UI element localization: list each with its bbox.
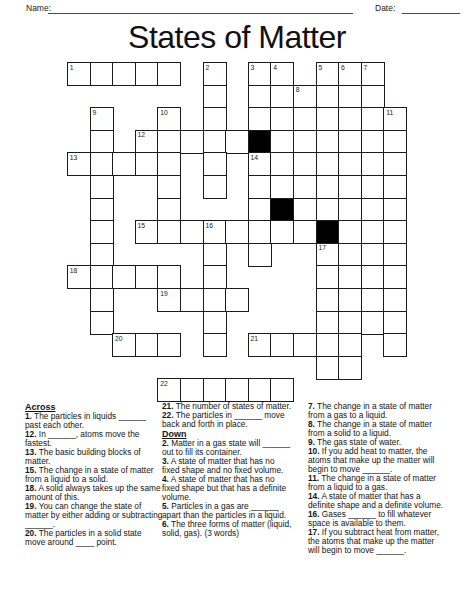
worksheet-page: Name: Date: States of Matter 12345678910… bbox=[0, 0, 474, 613]
name-line[interactable] bbox=[48, 13, 353, 14]
clue-3: 3. A state of matter that has no fixed s… bbox=[162, 457, 293, 475]
cell-r9c4[interactable] bbox=[157, 265, 181, 289]
cell-r3c5[interactable] bbox=[180, 130, 204, 154]
cell-r3c10[interactable] bbox=[293, 130, 317, 154]
clue-6: 6. The three forms of matter (liquid, so… bbox=[162, 520, 293, 538]
cell-r6c11[interactable] bbox=[316, 198, 340, 222]
clue-column-1: Across1. The particles in liquids ______… bbox=[25, 402, 163, 547]
clue-number-4: 4 bbox=[273, 64, 277, 71]
cell-r1c8[interactable] bbox=[248, 85, 272, 109]
clue-22: 22. The particles in ______ move back an… bbox=[162, 411, 293, 429]
cell-r3c6[interactable] bbox=[203, 130, 227, 154]
clue-number-11: 11 bbox=[386, 109, 393, 116]
cell-r7c6[interactable]: 16 bbox=[203, 220, 227, 244]
cell-r5c10[interactable] bbox=[293, 175, 317, 199]
clue-number-22: 22 bbox=[160, 380, 168, 387]
cell-r0c0[interactable]: 1 bbox=[67, 62, 91, 86]
clue-number-8: 8 bbox=[296, 86, 300, 93]
cell-r13c11[interactable] bbox=[316, 356, 340, 380]
cell-r14c9[interactable] bbox=[270, 378, 294, 402]
clue-18: 18. A solid always takes up the same amo… bbox=[25, 484, 163, 502]
clue-5: 5. Particles in a gas are ______ apart t… bbox=[162, 502, 293, 520]
date-label: Date: bbox=[375, 3, 395, 13]
cell-r9c11[interactable] bbox=[316, 265, 340, 289]
cell-r2c10[interactable] bbox=[293, 107, 317, 131]
cell-r7c14[interactable] bbox=[383, 220, 407, 244]
cell-r8c12[interactable] bbox=[338, 243, 362, 267]
crossword-grid: 12345678910111213141516171819202122 bbox=[67, 62, 408, 403]
cell-r2c8[interactable] bbox=[248, 107, 272, 131]
cell-r4c6[interactable] bbox=[203, 152, 227, 176]
cell-r1c6[interactable] bbox=[203, 85, 227, 109]
cell-r4c8[interactable]: 14 bbox=[248, 152, 272, 176]
cell-r7c13[interactable] bbox=[361, 220, 385, 244]
cell-r6c4[interactable] bbox=[157, 198, 181, 222]
cell-r9c6[interactable] bbox=[203, 265, 227, 289]
cell-r4c9[interactable] bbox=[270, 152, 294, 176]
clue-number-12: 12 bbox=[138, 131, 146, 138]
cell-r0c13[interactable]: 7 bbox=[361, 62, 385, 86]
cell-r10c1[interactable] bbox=[90, 288, 114, 312]
cell-r12c10[interactable] bbox=[293, 333, 317, 357]
cell-r6c8[interactable] bbox=[248, 198, 272, 222]
cell-r5c8[interactable] bbox=[248, 175, 272, 199]
clue-8: 8. The change in a state of matter from … bbox=[308, 420, 448, 438]
cell-r2c9[interactable] bbox=[270, 107, 294, 131]
cell-r7c4[interactable] bbox=[157, 220, 181, 244]
cell-r0c1[interactable] bbox=[90, 62, 114, 86]
cell-r14c8[interactable] bbox=[248, 378, 272, 402]
cell-r3c3[interactable]: 12 bbox=[135, 130, 159, 154]
cell-r14c4[interactable]: 22 bbox=[157, 378, 181, 402]
cell-r8c6[interactable] bbox=[203, 243, 227, 267]
clue-number-18: 18 bbox=[70, 267, 78, 274]
cell-r11c6[interactable] bbox=[203, 311, 227, 335]
cell-r5c11[interactable] bbox=[316, 175, 340, 199]
cell-r8c14[interactable] bbox=[383, 243, 407, 267]
clue-number-1: 1 bbox=[70, 64, 74, 71]
cell-r5c13[interactable] bbox=[361, 175, 385, 199]
cell-r7c8[interactable] bbox=[248, 220, 272, 244]
cell-r9c3[interactable] bbox=[135, 265, 159, 289]
cell-r11c12[interactable] bbox=[338, 311, 362, 335]
blocked-cell-r7c11 bbox=[316, 220, 340, 244]
clue-number-21: 21 bbox=[251, 335, 259, 342]
cell-r10c13[interactable] bbox=[361, 288, 385, 312]
cell-r5c14[interactable] bbox=[383, 175, 407, 199]
clue-number-9: 9 bbox=[92, 109, 96, 116]
clue-19: 19. You can change the state of matter b… bbox=[25, 502, 163, 529]
name-label: Name: bbox=[26, 3, 51, 13]
blocked-cell-r6c9 bbox=[270, 198, 294, 222]
cell-r8c1[interactable] bbox=[90, 243, 114, 267]
cell-r5c12[interactable] bbox=[338, 175, 362, 199]
cell-r5c4[interactable] bbox=[157, 175, 181, 199]
cell-r9c13[interactable] bbox=[361, 265, 385, 289]
cell-r2c12[interactable] bbox=[338, 107, 362, 131]
cell-r0c8[interactable]: 3 bbox=[248, 62, 272, 86]
cell-r7c5[interactable] bbox=[180, 220, 204, 244]
cell-r6c1[interactable] bbox=[90, 198, 114, 222]
clue-number-7: 7 bbox=[364, 64, 368, 71]
cell-r11c1[interactable] bbox=[90, 311, 114, 335]
cell-r3c1[interactable] bbox=[90, 130, 114, 154]
cell-r2c4[interactable]: 10 bbox=[157, 107, 181, 131]
cell-r10c11[interactable] bbox=[316, 288, 340, 312]
cell-r6c10[interactable] bbox=[293, 198, 317, 222]
cell-r9c1[interactable] bbox=[90, 265, 114, 289]
clue-4: 4. A state of matter that has no fixed s… bbox=[162, 475, 293, 502]
cell-r0c12[interactable]: 6 bbox=[338, 62, 362, 86]
clue-20: 20. The particles in a solid state move … bbox=[25, 529, 163, 547]
cell-r13c12[interactable] bbox=[338, 356, 362, 380]
cell-r1c11[interactable] bbox=[316, 85, 340, 109]
cell-r3c14[interactable] bbox=[383, 130, 407, 154]
cell-r5c6[interactable] bbox=[203, 175, 227, 199]
clue-number-20: 20 bbox=[115, 335, 123, 342]
cell-r3c12[interactable] bbox=[338, 130, 362, 154]
cell-r14c6[interactable] bbox=[203, 378, 227, 402]
clue-14: 14. A state of matter that has a definit… bbox=[308, 492, 448, 510]
cell-r11c14[interactable] bbox=[383, 311, 407, 335]
cell-r9c14[interactable] bbox=[383, 265, 407, 289]
cell-r0c6[interactable]: 2 bbox=[203, 62, 227, 86]
cell-r12c12[interactable] bbox=[338, 333, 362, 357]
cell-r3c7[interactable] bbox=[225, 130, 249, 154]
cell-r10c4[interactable]: 19 bbox=[157, 288, 181, 312]
cell-r12c4[interactable] bbox=[157, 333, 181, 357]
cell-r10c5[interactable] bbox=[180, 288, 204, 312]
cell-r5c9[interactable] bbox=[270, 175, 294, 199]
cell-r12c3[interactable] bbox=[135, 333, 159, 357]
cell-r8c8[interactable] bbox=[248, 243, 272, 267]
clue-number-3: 3 bbox=[251, 64, 255, 71]
clue-column-3: 7. The change in a state of matter from … bbox=[308, 402, 448, 555]
cell-r7c9[interactable] bbox=[270, 220, 294, 244]
cell-r12c6[interactable] bbox=[203, 333, 227, 357]
cell-r4c0[interactable]: 13 bbox=[67, 152, 91, 176]
cell-r0c3[interactable] bbox=[135, 62, 159, 86]
cell-r10c12[interactable] bbox=[338, 288, 362, 312]
cell-r4c3[interactable] bbox=[135, 152, 159, 176]
cell-r4c1[interactable] bbox=[90, 152, 114, 176]
cell-r4c14[interactable] bbox=[383, 152, 407, 176]
cell-r1c10[interactable]: 8 bbox=[293, 85, 317, 109]
cell-r12c11[interactable] bbox=[316, 333, 340, 357]
cell-r3c4[interactable] bbox=[157, 130, 181, 154]
cell-r7c3[interactable]: 15 bbox=[135, 220, 159, 244]
cell-r11c13[interactable] bbox=[361, 311, 385, 335]
cell-r2c14[interactable]: 11 bbox=[383, 107, 407, 131]
cell-r12c14[interactable] bbox=[383, 333, 407, 357]
cell-r3c11[interactable] bbox=[316, 130, 340, 154]
cell-r4c13[interactable] bbox=[361, 152, 385, 176]
clue-number-19: 19 bbox=[160, 290, 168, 297]
cell-r6c12[interactable] bbox=[338, 198, 362, 222]
date-line[interactable] bbox=[402, 13, 460, 14]
clue-number-5: 5 bbox=[318, 64, 322, 71]
clue-number-17: 17 bbox=[318, 244, 326, 251]
cell-r8c13[interactable] bbox=[361, 243, 385, 267]
clue-1: 1. The particles in liquids ______ past … bbox=[25, 412, 163, 430]
cell-r9c0[interactable]: 18 bbox=[67, 265, 91, 289]
cell-r6c13[interactable] bbox=[361, 198, 385, 222]
cell-r0c2[interactable] bbox=[112, 62, 136, 86]
cell-r5c1[interactable] bbox=[90, 175, 114, 199]
cell-r10c6[interactable] bbox=[203, 288, 227, 312]
cell-r8c11[interactable]: 17 bbox=[316, 243, 340, 267]
clue-number-2: 2 bbox=[205, 64, 209, 71]
cell-r4c2[interactable] bbox=[112, 152, 136, 176]
cell-r7c10[interactable] bbox=[293, 220, 317, 244]
cell-r4c11[interactable] bbox=[316, 152, 340, 176]
cell-r14c5[interactable] bbox=[180, 378, 204, 402]
cell-r4c4[interactable] bbox=[157, 152, 181, 176]
cell-r2c6[interactable] bbox=[203, 107, 227, 131]
cell-r12c2[interactable]: 20 bbox=[112, 333, 136, 357]
clue-10: 10. If you add heat to matter, the atoms… bbox=[308, 447, 448, 474]
cell-r6c14[interactable] bbox=[383, 198, 407, 222]
cell-r7c12[interactable] bbox=[338, 220, 362, 244]
clue-15: 15. The change in a state of matter from… bbox=[25, 466, 163, 484]
clue-12: 12. In ______, atoms move the fastest. bbox=[25, 430, 163, 448]
cell-r1c12[interactable] bbox=[338, 85, 362, 109]
clue-column-2: 21. The number of states of matter.22. T… bbox=[162, 402, 293, 538]
clue-number-6: 6 bbox=[341, 64, 345, 71]
cell-r3c13[interactable] bbox=[361, 130, 385, 154]
cell-r4c10[interactable] bbox=[293, 152, 317, 176]
clue-2: 2. Matter in a gas state will ______ out… bbox=[162, 439, 293, 457]
cell-r2c13[interactable] bbox=[361, 107, 385, 131]
clue-number-13: 13 bbox=[70, 154, 78, 161]
cell-r14c7[interactable] bbox=[225, 378, 249, 402]
blocked-cell-r3c8 bbox=[248, 130, 272, 154]
cell-r0c4[interactable] bbox=[157, 62, 181, 86]
clue-13: 13. The basic building blocks of matter. bbox=[25, 448, 163, 466]
cell-r9c12[interactable] bbox=[338, 265, 362, 289]
clue-number-10: 10 bbox=[160, 109, 168, 116]
cell-r1c9[interactable] bbox=[270, 85, 294, 109]
cell-r9c2[interactable] bbox=[112, 265, 136, 289]
cell-r12c8[interactable]: 21 bbox=[248, 333, 272, 357]
cell-r0c11[interactable]: 5 bbox=[316, 62, 340, 86]
cell-r7c1[interactable] bbox=[90, 220, 114, 244]
clue-7: 7. The change in a state of matter from … bbox=[308, 402, 448, 420]
cell-r7c7[interactable] bbox=[225, 220, 249, 244]
cell-r2c11[interactable] bbox=[316, 107, 340, 131]
cell-r1c13[interactable] bbox=[361, 85, 385, 109]
cell-r10c14[interactable] bbox=[383, 288, 407, 312]
puzzle-title: States of Matter bbox=[0, 21, 474, 53]
cell-r3c9[interactable] bbox=[270, 130, 294, 154]
cell-r10c7[interactable] bbox=[225, 288, 249, 312]
cell-r4c12[interactable] bbox=[338, 152, 362, 176]
clue-number-16: 16 bbox=[205, 222, 213, 229]
clue-number-14: 14 bbox=[251, 154, 259, 161]
cell-r11c11[interactable] bbox=[316, 311, 340, 335]
clue-11: 11. The change in a state of matter from… bbox=[308, 474, 448, 492]
cell-r12c9[interactable] bbox=[270, 333, 294, 357]
clue-number-15: 15 bbox=[138, 222, 146, 229]
clue-17: 17. If you subtract heat from matter, th… bbox=[308, 528, 448, 555]
clue-16: 16. Gases ______ to fill whatever space … bbox=[308, 510, 448, 528]
cell-r0c9[interactable]: 4 bbox=[270, 62, 294, 86]
cell-r2c1[interactable]: 9 bbox=[90, 107, 114, 131]
